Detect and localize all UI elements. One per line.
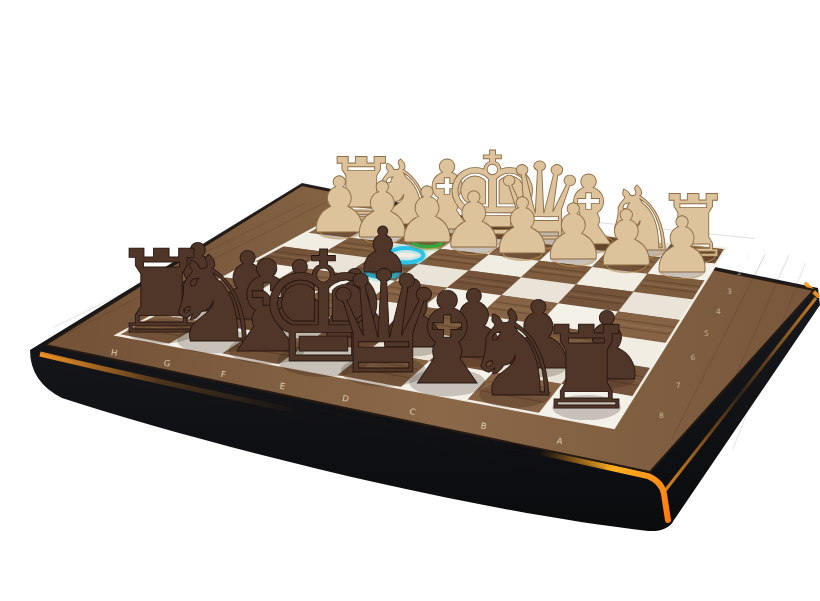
piece-white-pawn-a2: ♟ [648,201,717,290]
smart-chessboard-render: HGFEDCBA12345678 ♜♞♝♟♚♟♛♟♝♟♞♟♜♟♟♟♟♟♟♟♜♟♞… [0,0,820,601]
svg-text:♜: ♜ [535,301,638,435]
rank-label-1: 1 [746,252,751,261]
rank-label-3: 3 [727,287,732,296]
svg-text:♟: ♟ [648,201,717,290]
rank-label-4: 4 [716,307,721,316]
chessboard-3d-scene: HGFEDCBA12345678 ♜♞♝♟♚♟♛♟♝♟♞♟♜♟♟♟♟♟♟♟♜♟♞… [0,0,820,601]
rank-label-8: 8 [659,411,664,420]
rank-label-6: 6 [691,353,696,362]
rank-label-5: 5 [704,329,709,338]
rank-label-2: 2 [737,268,742,277]
rank-label-7: 7 [676,381,681,390]
piece-black-rook-a8: ♜ [535,301,638,435]
